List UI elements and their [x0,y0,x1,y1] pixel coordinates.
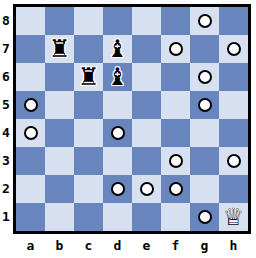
square-h8[interactable] [219,7,248,35]
square-e3[interactable] [132,147,161,175]
file-label-c: c [74,237,103,257]
piece-black-rook-c6[interactable]: ♜ [74,63,103,91]
square-h5[interactable] [219,91,248,119]
square-g4[interactable] [190,119,219,147]
square-a8[interactable] [16,7,45,35]
target-marker-g8 [198,14,212,28]
target-marker-h3 [227,154,241,168]
target-marker-d2 [111,182,125,196]
square-h3[interactable] [219,147,248,175]
rank-label-1: 1 [0,203,12,231]
square-c5[interactable] [74,91,103,119]
square-h2[interactable] [219,175,248,203]
square-h1[interactable]: ♛♕ [219,203,248,231]
square-b6[interactable] [45,63,74,91]
file-label-g: g [190,237,219,257]
square-b3[interactable] [45,147,74,175]
square-c3[interactable] [74,147,103,175]
square-h6[interactable] [219,63,248,91]
square-b8[interactable] [45,7,74,35]
square-d2[interactable] [103,175,132,203]
target-marker-d4 [111,126,125,140]
square-e7[interactable] [132,35,161,63]
file-label-f: f [161,237,190,257]
piece-black-rook-b7[interactable]: ♜ [45,35,74,63]
chess-diagram: ♜♝♜♝♛♕ 87654321 abcdefgh [0,0,256,258]
target-marker-a4 [24,126,38,140]
square-h7[interactable] [219,35,248,63]
rank-label-2: 2 [0,175,12,203]
square-g8[interactable] [190,7,219,35]
square-c1[interactable] [74,203,103,231]
square-a7[interactable] [16,35,45,63]
square-e1[interactable] [132,203,161,231]
square-d5[interactable] [103,91,132,119]
square-d1[interactable] [103,203,132,231]
target-marker-f3 [169,154,183,168]
square-c4[interactable] [74,119,103,147]
square-a4[interactable] [16,119,45,147]
square-e6[interactable] [132,63,161,91]
square-f1[interactable] [161,203,190,231]
square-e8[interactable] [132,7,161,35]
square-f2[interactable] [161,175,190,203]
file-label-b: b [45,237,74,257]
square-d6[interactable]: ♝ [103,63,132,91]
square-d3[interactable] [103,147,132,175]
target-marker-a5 [24,98,38,112]
square-f8[interactable] [161,7,190,35]
file-label-d: d [103,237,132,257]
square-g5[interactable] [190,91,219,119]
square-d7[interactable]: ♝ [103,35,132,63]
target-marker-h7 [227,42,241,56]
square-a2[interactable] [16,175,45,203]
black-bishop-glyph: ♝ [107,37,129,61]
square-b4[interactable] [45,119,74,147]
piece-white-queen-h1[interactable]: ♛♕ [219,203,248,231]
square-c6[interactable]: ♜ [74,63,103,91]
square-f6[interactable] [161,63,190,91]
square-g1[interactable] [190,203,219,231]
chess-board: ♜♝♜♝♛♕ [13,4,251,234]
piece-black-bishop-d7[interactable]: ♝ [103,35,132,63]
target-marker-f2 [169,182,183,196]
square-h4[interactable] [219,119,248,147]
square-d8[interactable] [103,7,132,35]
square-e5[interactable] [132,91,161,119]
square-a3[interactable] [16,147,45,175]
square-g7[interactable] [190,35,219,63]
square-b7[interactable]: ♜ [45,35,74,63]
square-c8[interactable] [74,7,103,35]
square-f5[interactable] [161,91,190,119]
square-e4[interactable] [132,119,161,147]
square-a5[interactable] [16,91,45,119]
piece-black-bishop-d6[interactable]: ♝ [103,63,132,91]
rank-label-4: 4 [0,119,12,147]
target-marker-g1 [198,210,212,224]
file-label-h: h [219,237,248,257]
target-marker-g6 [198,70,212,84]
square-f4[interactable] [161,119,190,147]
file-label-e: e [132,237,161,257]
rank-label-8: 8 [0,7,12,35]
target-marker-g5 [198,98,212,112]
rank-label-5: 5 [0,91,12,119]
square-a6[interactable] [16,63,45,91]
square-a1[interactable] [16,203,45,231]
black-rook-glyph: ♜ [49,37,71,61]
black-rook-glyph: ♜ [78,65,100,89]
rank-label-7: 7 [0,35,12,63]
square-b1[interactable] [45,203,74,231]
square-b5[interactable] [45,91,74,119]
square-f3[interactable] [161,147,190,175]
rank-label-3: 3 [0,147,12,175]
square-e2[interactable] [132,175,161,203]
square-f7[interactable] [161,35,190,63]
square-b2[interactable] [45,175,74,203]
square-g3[interactable] [190,147,219,175]
black-bishop-glyph: ♝ [107,65,129,89]
square-d4[interactable] [103,119,132,147]
square-g2[interactable] [190,175,219,203]
white-queen-glyph: ♕ [223,205,245,229]
file-label-a: a [16,237,45,257]
square-c7[interactable] [74,35,103,63]
square-g6[interactable] [190,63,219,91]
rank-label-6: 6 [0,63,12,91]
target-marker-f7 [169,42,183,56]
square-c2[interactable] [74,175,103,203]
target-marker-e2 [140,182,154,196]
